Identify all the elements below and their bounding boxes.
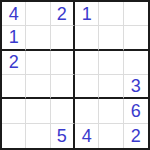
sudoku-cell-empty-r2c5[interactable] xyxy=(99,26,123,50)
sudoku-cell-empty-r3c2[interactable] xyxy=(26,51,50,75)
sudoku-board: 4211236542 xyxy=(0,0,150,150)
sudoku-cell-empty-r2c4[interactable] xyxy=(75,26,99,50)
sudoku-cell-given-r5c6: 6 xyxy=(124,99,148,123)
sudoku-cell-given-r6c3: 5 xyxy=(51,124,75,148)
sudoku-cell-empty-r1c6[interactable] xyxy=(124,2,148,26)
sudoku-cell-empty-r4c2[interactable] xyxy=(26,75,50,99)
sudoku-cell-empty-r4c4[interactable] xyxy=(75,75,99,99)
sudoku-cell-empty-r5c3[interactable] xyxy=(51,99,75,123)
sudoku-cell-empty-r4c1[interactable] xyxy=(2,75,26,99)
sudoku-cell-empty-r2c2[interactable] xyxy=(26,26,50,50)
sudoku-cell-given-r1c1: 4 xyxy=(2,2,26,26)
sudoku-cell-given-r3c1: 2 xyxy=(2,51,26,75)
sudoku-cell-given-r6c6: 2 xyxy=(124,124,148,148)
sudoku-cell-empty-r1c5[interactable] xyxy=(99,2,123,26)
sudoku-cell-empty-r1c2[interactable] xyxy=(26,2,50,26)
sudoku-cell-given-r1c4: 1 xyxy=(75,2,99,26)
sudoku-cell-empty-r6c1[interactable] xyxy=(2,124,26,148)
sudoku-cell-empty-r5c4[interactable] xyxy=(75,99,99,123)
sudoku-cell-given-r2c1: 1 xyxy=(2,26,26,50)
sudoku-cell-empty-r3c3[interactable] xyxy=(51,51,75,75)
sudoku-cell-given-r4c6: 3 xyxy=(124,75,148,99)
sudoku-cell-empty-r3c5[interactable] xyxy=(99,51,123,75)
sudoku-cell-empty-r2c6[interactable] xyxy=(124,26,148,50)
sudoku-cell-empty-r6c2[interactable] xyxy=(26,124,50,148)
sudoku-cell-empty-r5c1[interactable] xyxy=(2,99,26,123)
sudoku-cell-given-r6c4: 4 xyxy=(75,124,99,148)
sudoku-cell-empty-r5c5[interactable] xyxy=(99,99,123,123)
sudoku-cell-empty-r6c5[interactable] xyxy=(99,124,123,148)
sudoku-cell-empty-r4c3[interactable] xyxy=(51,75,75,99)
sudoku-cell-empty-r4c5[interactable] xyxy=(99,75,123,99)
sudoku-cell-empty-r3c4[interactable] xyxy=(75,51,99,75)
sudoku-cell-given-r1c3: 2 xyxy=(51,2,75,26)
sudoku-cell-empty-r5c2[interactable] xyxy=(26,99,50,123)
sudoku-cell-empty-r3c6[interactable] xyxy=(124,51,148,75)
sudoku-cell-empty-r2c3[interactable] xyxy=(51,26,75,50)
